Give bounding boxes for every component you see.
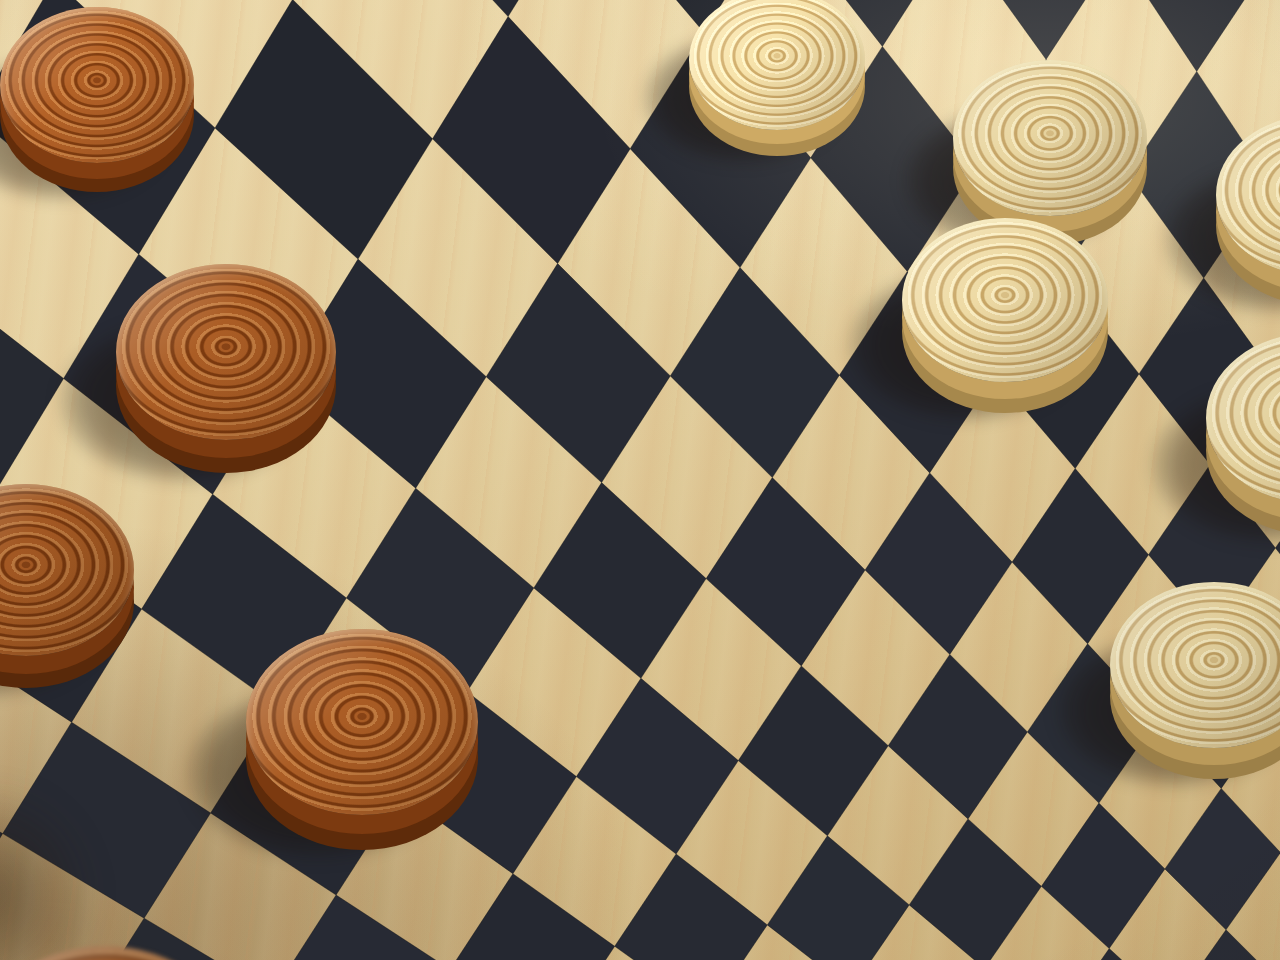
dark-square[interactable] <box>1041 803 1165 948</box>
dark-square[interactable] <box>1266 0 1280 83</box>
piece-top-face <box>116 264 336 440</box>
dark-square[interactable] <box>888 654 1027 819</box>
cream-checker-piece[interactable] <box>1216 115 1280 275</box>
dark-square[interactable] <box>767 836 909 960</box>
dark-square[interactable] <box>1054 949 1172 960</box>
brown-checker-piece[interactable] <box>116 264 336 440</box>
piece-top-face <box>1216 115 1280 275</box>
dark-square[interactable] <box>372 0 585 17</box>
piece-top-face <box>0 7 194 163</box>
dark-square[interactable] <box>1172 930 1280 960</box>
piece-top-face <box>246 629 478 815</box>
cream-checker-piece[interactable] <box>1110 582 1280 748</box>
dark-square[interactable] <box>1165 788 1280 929</box>
piece-top-face <box>0 946 233 960</box>
cream-checker-piece[interactable] <box>689 0 865 130</box>
dark-square[interactable] <box>955 0 1117 59</box>
piece-top-face <box>902 218 1108 382</box>
checkers-board-photo <box>0 0 1280 960</box>
cream-checker-piece[interactable] <box>953 60 1147 216</box>
dark-square[interactable] <box>0 249 64 501</box>
dark-square[interactable] <box>534 483 706 679</box>
brown-checker-piece[interactable] <box>0 7 194 163</box>
cream-checker-piece[interactable] <box>902 218 1108 382</box>
dark-square[interactable] <box>576 678 738 854</box>
dark-square[interactable] <box>615 854 768 960</box>
piece-top-face <box>1110 582 1280 748</box>
brown-checker-piece[interactable] <box>246 629 478 815</box>
dark-square[interactable] <box>865 473 1012 655</box>
dark-square[interactable] <box>215 0 433 259</box>
dark-square[interactable] <box>909 819 1041 960</box>
dark-square[interactable] <box>738 666 888 836</box>
piece-top-face <box>0 484 134 656</box>
dark-square[interactable] <box>486 264 670 483</box>
brown-checker-piece[interactable] <box>0 946 233 960</box>
dark-square[interactable] <box>706 478 865 666</box>
dark-square[interactable] <box>450 874 615 960</box>
dark-square[interactable] <box>670 268 839 478</box>
dark-square[interactable] <box>272 895 450 960</box>
piece-top-face <box>1206 333 1280 503</box>
piece-top-face <box>689 0 865 130</box>
dark-square[interactable] <box>433 17 631 264</box>
piece-top-face <box>953 60 1147 216</box>
cream-checker-piece[interactable] <box>1206 333 1280 503</box>
brown-checker-piece[interactable] <box>0 484 134 656</box>
